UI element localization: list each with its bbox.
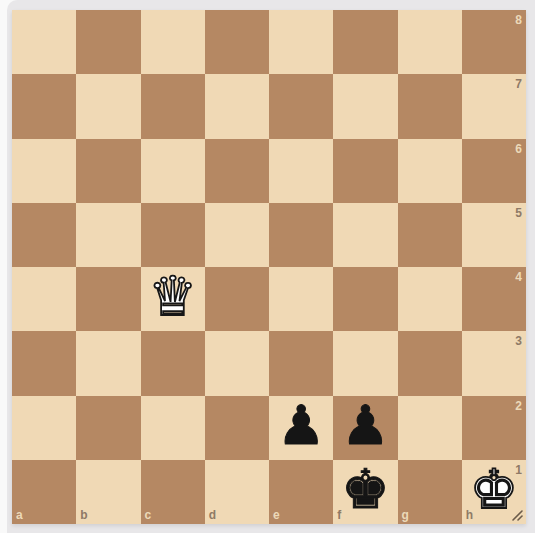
square-g2[interactable] [398, 396, 462, 460]
square-g5[interactable] [398, 203, 462, 267]
file-label-g: g [402, 509, 409, 521]
square-e5[interactable] [269, 203, 333, 267]
square-b8[interactable] [76, 10, 140, 74]
black-pawn-f2[interactable]: ♟ [341, 399, 389, 453]
square-f6[interactable] [333, 139, 397, 203]
rank-label-5: 5 [515, 207, 522, 219]
chess-board[interactable]: 8765♛43♟♟2abcde♚fg♚1h [12, 10, 526, 524]
square-g1[interactable]: g [398, 460, 462, 524]
file-label-d: d [209, 509, 216, 521]
square-a5[interactable] [12, 203, 76, 267]
square-d6[interactable] [205, 139, 269, 203]
rank-label-3: 3 [515, 335, 522, 347]
file-label-c: c [145, 509, 152, 521]
square-a1[interactable]: a [12, 460, 76, 524]
square-h3[interactable]: 3 [462, 331, 526, 395]
black-king-f1[interactable]: ♚ [341, 463, 389, 517]
square-f8[interactable] [333, 10, 397, 74]
square-f2[interactable]: ♟ [333, 396, 397, 460]
rank-label-6: 6 [515, 143, 522, 155]
black-pawn-e2[interactable]: ♟ [277, 399, 325, 453]
square-b5[interactable] [76, 203, 140, 267]
square-c6[interactable] [141, 139, 205, 203]
square-d4[interactable] [205, 267, 269, 331]
square-b3[interactable] [76, 331, 140, 395]
square-c5[interactable] [141, 203, 205, 267]
square-b4[interactable] [76, 267, 140, 331]
board-resize-handle-icon[interactable] [510, 508, 524, 522]
rank-label-8: 8 [515, 14, 522, 26]
square-d5[interactable] [205, 203, 269, 267]
square-g4[interactable] [398, 267, 462, 331]
square-a6[interactable] [12, 139, 76, 203]
square-c2[interactable] [141, 396, 205, 460]
square-e2[interactable]: ♟ [269, 396, 333, 460]
square-d2[interactable] [205, 396, 269, 460]
square-b6[interactable] [76, 139, 140, 203]
file-label-b: b [80, 509, 87, 521]
square-a3[interactable] [12, 331, 76, 395]
square-a2[interactable] [12, 396, 76, 460]
square-c8[interactable] [141, 10, 205, 74]
square-a7[interactable] [12, 74, 76, 138]
square-h4[interactable]: 4 [462, 267, 526, 331]
file-label-e: e [273, 509, 280, 521]
white-queen-c4[interactable]: ♛ [148, 270, 196, 324]
square-h8[interactable]: 8 [462, 10, 526, 74]
square-b7[interactable] [76, 74, 140, 138]
square-g3[interactable] [398, 331, 462, 395]
square-e7[interactable] [269, 74, 333, 138]
square-e8[interactable] [269, 10, 333, 74]
square-f3[interactable] [333, 331, 397, 395]
square-g8[interactable] [398, 10, 462, 74]
square-h6[interactable]: 6 [462, 139, 526, 203]
square-d7[interactable] [205, 74, 269, 138]
square-h2[interactable]: 2 [462, 396, 526, 460]
square-e1[interactable]: e [269, 460, 333, 524]
rank-label-4: 4 [515, 271, 522, 283]
square-b1[interactable]: b [76, 460, 140, 524]
rank-label-2: 2 [515, 400, 522, 412]
square-f5[interactable] [333, 203, 397, 267]
rank-label-7: 7 [515, 78, 522, 90]
square-a8[interactable] [12, 10, 76, 74]
square-e4[interactable] [269, 267, 333, 331]
square-f7[interactable] [333, 74, 397, 138]
square-a4[interactable] [12, 267, 76, 331]
square-e6[interactable] [269, 139, 333, 203]
square-f4[interactable] [333, 267, 397, 331]
square-g6[interactable] [398, 139, 462, 203]
square-e3[interactable] [269, 331, 333, 395]
square-b2[interactable] [76, 396, 140, 460]
square-d8[interactable] [205, 10, 269, 74]
square-d1[interactable]: d [205, 460, 269, 524]
square-c3[interactable] [141, 331, 205, 395]
square-h5[interactable]: 5 [462, 203, 526, 267]
square-h7[interactable]: 7 [462, 74, 526, 138]
square-c1[interactable]: c [141, 460, 205, 524]
square-c7[interactable] [141, 74, 205, 138]
square-d3[interactable] [205, 331, 269, 395]
square-f1[interactable]: ♚f [333, 460, 397, 524]
square-c4[interactable]: ♛ [141, 267, 205, 331]
square-g7[interactable] [398, 74, 462, 138]
file-label-a: a [16, 509, 23, 521]
